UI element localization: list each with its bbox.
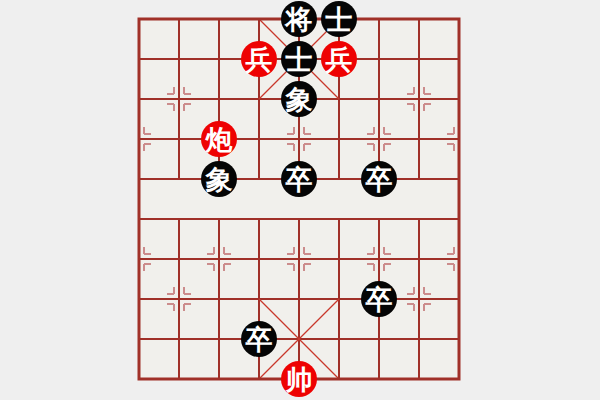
point-2-1[interactable] xyxy=(199,39,239,79)
point-5-9[interactable] xyxy=(319,359,359,399)
point-4-7[interactable] xyxy=(279,279,319,319)
point-7-3[interactable] xyxy=(399,119,439,159)
point-8-2[interactable] xyxy=(439,79,479,119)
point-8-9[interactable] xyxy=(439,359,479,399)
point-1-6[interactable] xyxy=(159,239,199,279)
point-0-9[interactable] xyxy=(119,359,159,399)
point-3-9[interactable] xyxy=(239,359,279,399)
point-0-6[interactable] xyxy=(119,239,159,279)
point-3-5[interactable] xyxy=(239,199,279,239)
point-4-0[interactable]: 将 xyxy=(279,0,319,39)
point-5-1[interactable]: 兵 xyxy=(319,39,359,79)
point-6-1[interactable] xyxy=(359,39,399,79)
point-1-9[interactable] xyxy=(159,359,199,399)
point-7-0[interactable] xyxy=(399,0,439,39)
point-0-7[interactable] xyxy=(119,279,159,319)
point-4-1[interactable]: 士 xyxy=(279,39,319,79)
point-1-5[interactable] xyxy=(159,199,199,239)
piece-red-soldier[interactable]: 兵 xyxy=(321,41,357,77)
point-3-4[interactable] xyxy=(239,159,279,199)
piece-red-cannon[interactable]: 炮 xyxy=(201,121,237,157)
point-8-3[interactable] xyxy=(439,119,479,159)
point-4-5[interactable] xyxy=(279,199,319,239)
point-0-8[interactable] xyxy=(119,319,159,359)
point-0-4[interactable] xyxy=(119,159,159,199)
point-2-4[interactable]: 象 xyxy=(199,159,239,199)
piece-black-soldier[interactable]: 卒 xyxy=(281,161,317,197)
point-1-4[interactable] xyxy=(159,159,199,199)
piece-black-elephant[interactable]: 象 xyxy=(281,81,317,117)
point-2-6[interactable] xyxy=(199,239,239,279)
piece-black-advisor[interactable]: 士 xyxy=(281,41,317,77)
point-5-5[interactable] xyxy=(319,199,359,239)
point-0-3[interactable] xyxy=(119,119,159,159)
point-5-3[interactable] xyxy=(319,119,359,159)
point-4-9[interactable]: 帅 xyxy=(279,359,319,399)
point-3-3[interactable] xyxy=(239,119,279,159)
point-4-2[interactable]: 象 xyxy=(279,79,319,119)
point-6-9[interactable] xyxy=(359,359,399,399)
point-8-6[interactable] xyxy=(439,239,479,279)
point-6-3[interactable] xyxy=(359,119,399,159)
point-4-8[interactable] xyxy=(279,319,319,359)
point-1-7[interactable] xyxy=(159,279,199,319)
point-2-0[interactable] xyxy=(199,0,239,39)
point-8-4[interactable] xyxy=(439,159,479,199)
point-6-6[interactable] xyxy=(359,239,399,279)
point-6-8[interactable] xyxy=(359,319,399,359)
piece-red-general[interactable]: 帅 xyxy=(281,361,317,397)
point-8-5[interactable] xyxy=(439,199,479,239)
point-1-3[interactable] xyxy=(159,119,199,159)
point-2-3[interactable]: 炮 xyxy=(199,119,239,159)
point-0-1[interactable] xyxy=(119,39,159,79)
point-0-2[interactable] xyxy=(119,79,159,119)
point-3-1[interactable]: 兵 xyxy=(239,39,279,79)
point-5-8[interactable] xyxy=(319,319,359,359)
piece-black-soldier[interactable]: 卒 xyxy=(241,321,277,357)
point-5-4[interactable] xyxy=(319,159,359,199)
point-5-0[interactable]: 士 xyxy=(319,0,359,39)
point-0-5[interactable] xyxy=(119,199,159,239)
point-7-1[interactable] xyxy=(399,39,439,79)
point-2-2[interactable] xyxy=(199,79,239,119)
piece-black-general[interactable]: 将 xyxy=(281,1,317,37)
point-1-8[interactable] xyxy=(159,319,199,359)
point-8-0[interactable] xyxy=(439,0,479,39)
point-3-2[interactable] xyxy=(239,79,279,119)
point-3-6[interactable] xyxy=(239,239,279,279)
point-7-9[interactable] xyxy=(399,359,439,399)
point-6-4[interactable]: 卒 xyxy=(359,159,399,199)
point-1-2[interactable] xyxy=(159,79,199,119)
xiangqi-board: 将士兵士兵象炮象卒卒卒卒帅 xyxy=(119,0,479,399)
point-5-2[interactable] xyxy=(319,79,359,119)
point-4-6[interactable] xyxy=(279,239,319,279)
piece-black-soldier[interactable]: 卒 xyxy=(361,161,397,197)
point-2-5[interactable] xyxy=(199,199,239,239)
point-3-7[interactable] xyxy=(239,279,279,319)
point-7-8[interactable] xyxy=(399,319,439,359)
point-7-5[interactable] xyxy=(399,199,439,239)
point-3-0[interactable] xyxy=(239,0,279,39)
point-4-4[interactable]: 卒 xyxy=(279,159,319,199)
point-7-6[interactable] xyxy=(399,239,439,279)
xiangqi-diagram: 将士兵士兵象炮象卒卒卒卒帅 xyxy=(0,0,600,400)
point-5-7[interactable] xyxy=(319,279,359,319)
point-1-0[interactable] xyxy=(159,0,199,39)
point-8-1[interactable] xyxy=(439,39,479,79)
point-6-5[interactable] xyxy=(359,199,399,239)
point-5-6[interactable] xyxy=(319,239,359,279)
point-6-7[interactable]: 卒 xyxy=(359,279,399,319)
point-0-0[interactable] xyxy=(119,0,159,39)
point-1-1[interactable] xyxy=(159,39,199,79)
point-7-7[interactable] xyxy=(399,279,439,319)
point-6-0[interactable] xyxy=(359,0,399,39)
point-3-8[interactable]: 卒 xyxy=(239,319,279,359)
point-2-8[interactable] xyxy=(199,319,239,359)
point-4-3[interactable] xyxy=(279,119,319,159)
point-7-2[interactable] xyxy=(399,79,439,119)
point-8-8[interactable] xyxy=(439,319,479,359)
piece-black-advisor[interactable]: 士 xyxy=(321,1,357,37)
point-2-9[interactable] xyxy=(199,359,239,399)
piece-black-elephant[interactable]: 象 xyxy=(201,161,237,197)
point-6-2[interactable] xyxy=(359,79,399,119)
point-8-7[interactable] xyxy=(439,279,479,319)
point-2-7[interactable] xyxy=(199,279,239,319)
point-7-4[interactable] xyxy=(399,159,439,199)
piece-black-soldier[interactable]: 卒 xyxy=(361,281,397,317)
piece-red-soldier[interactable]: 兵 xyxy=(241,41,277,77)
